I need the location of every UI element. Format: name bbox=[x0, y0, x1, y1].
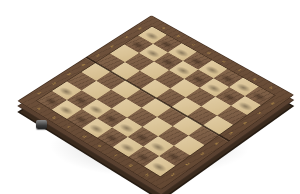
rank-label-near-1: 1 bbox=[170, 172, 176, 176]
square-g6 bbox=[201, 97, 231, 116]
rank-label-near-3: 3 bbox=[200, 151, 206, 155]
file-label-near-g: g bbox=[128, 163, 134, 167]
file-label-near-f: f bbox=[113, 154, 118, 157]
rank-label-near-4: 4 bbox=[214, 141, 220, 145]
rank-label-far-4: 4 bbox=[81, 63, 87, 67]
rank-label-far-6: 6 bbox=[110, 44, 116, 47]
rank-label-near-8: 8 bbox=[270, 101, 276, 105]
square-g4 bbox=[173, 116, 203, 135]
rank-label-far-5: 5 bbox=[95, 54, 101, 57]
file-label-near-h: h bbox=[144, 173, 150, 177]
rank-label-near-2: 2 bbox=[185, 162, 191, 166]
square-h4 bbox=[188, 125, 218, 145]
rank-label-near-5: 5 bbox=[228, 131, 234, 135]
black-pawn-glyph: ♟ bbox=[228, 91, 262, 106]
square-e4 bbox=[142, 98, 172, 117]
white-rook-glyph: ♜ bbox=[141, 148, 176, 167]
file-label-near-a: a bbox=[37, 107, 43, 111]
metal-clasp bbox=[36, 120, 47, 129]
file-label-near-d: d bbox=[82, 134, 88, 138]
file-label-near-e: e bbox=[97, 144, 103, 148]
square-f5 bbox=[171, 97, 201, 116]
rank-label-near-7: 7 bbox=[256, 111, 262, 115]
chess-set-photo: aabbccddeeffgghh8877665544332211 ♜♞♝♛♚♝♞… bbox=[0, 0, 300, 194]
square-g5 bbox=[187, 106, 217, 125]
square-h6 bbox=[217, 106, 247, 125]
file-label-near-c: c bbox=[67, 125, 73, 129]
square-f4 bbox=[157, 107, 187, 126]
file-label-near-b: b bbox=[51, 116, 57, 120]
square-h5 bbox=[203, 116, 233, 135]
rank-label-near-6: 6 bbox=[243, 121, 249, 125]
